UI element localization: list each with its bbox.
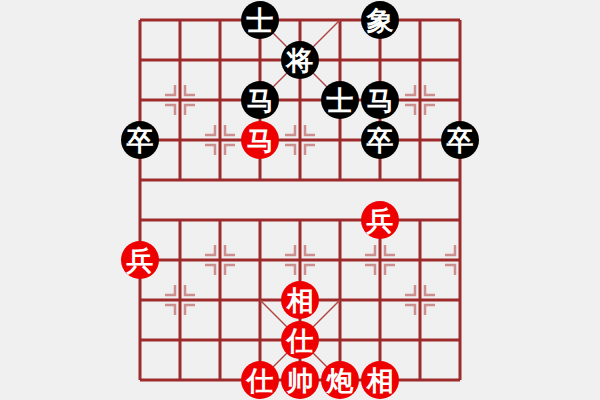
piece-red-elephant-2[interactable]: 相 xyxy=(361,361,399,399)
piece-black-soldier-2[interactable]: 卒 xyxy=(361,121,399,159)
piece-black-advisor-2[interactable]: 士 xyxy=(321,81,359,119)
piece-black-elephant[interactable]: 象 xyxy=(361,1,399,39)
piece-red-soldier-2[interactable]: 兵 xyxy=(121,241,159,279)
piece-red-cannon[interactable]: 炮 xyxy=(321,361,359,399)
xiangqi-board: 士象将马士马卒马卒卒兵兵相仕仕帅炮相 xyxy=(0,0,600,400)
piece-red-soldier-1[interactable]: 兵 xyxy=(361,201,399,239)
piece-black-advisor-1[interactable]: 士 xyxy=(241,1,279,39)
piece-black-horse-1[interactable]: 马 xyxy=(241,81,279,119)
pieces-layer: 士象将马士马卒马卒卒兵兵相仕仕帅炮相 xyxy=(120,0,480,400)
piece-red-advisor-1[interactable]: 仕 xyxy=(281,321,319,359)
piece-black-soldier-1[interactable]: 卒 xyxy=(121,121,159,159)
piece-red-elephant-1[interactable]: 相 xyxy=(281,281,319,319)
piece-black-general[interactable]: 将 xyxy=(281,41,319,79)
piece-red-general[interactable]: 帅 xyxy=(281,361,319,399)
piece-red-horse[interactable]: 马 xyxy=(241,121,279,159)
piece-black-horse-2[interactable]: 马 xyxy=(361,81,399,119)
piece-black-soldier-3[interactable]: 卒 xyxy=(441,121,479,159)
piece-red-advisor-2[interactable]: 仕 xyxy=(241,361,279,399)
